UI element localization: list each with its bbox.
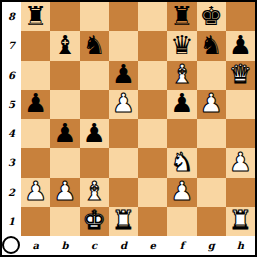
square-h8[interactable] <box>226 2 255 31</box>
white-knight[interactable]: ♞ <box>170 149 193 175</box>
square-c4[interactable]: ♟ <box>80 119 109 148</box>
square-e2[interactable] <box>138 178 167 207</box>
square-f2[interactable]: ♟ <box>167 178 196 207</box>
square-c2[interactable]: ♝ <box>80 178 109 207</box>
chess-diagram: ♜♜♚♝♞♛♞♟♟♝♛♟♟♟♟♟♟♞♟♟♟♝♟♚♜♜ 87654321 abcd… <box>0 0 257 257</box>
square-d3[interactable] <box>109 148 138 177</box>
white-bishop[interactable]: ♝ <box>82 178 105 204</box>
square-d2[interactable] <box>109 178 138 207</box>
square-b4[interactable]: ♟ <box>50 119 79 148</box>
side-to-move-indicator <box>2 236 20 254</box>
rank-labels: 87654321 <box>2 2 21 236</box>
white-rook[interactable]: ♜ <box>229 207 252 233</box>
square-c6[interactable] <box>80 61 109 90</box>
white-pawn[interactable]: ♟ <box>53 178 76 204</box>
square-g5[interactable]: ♟ <box>197 90 226 119</box>
white-pawn[interactable]: ♟ <box>170 178 193 204</box>
white-pawn[interactable]: ♟ <box>199 90 222 116</box>
square-d1[interactable]: ♜ <box>109 207 138 236</box>
white-queen[interactable]: ♛ <box>229 61 252 87</box>
square-f8[interactable]: ♜ <box>167 2 196 31</box>
square-d8[interactable] <box>109 2 138 31</box>
black-bishop[interactable]: ♝ <box>53 32 76 58</box>
square-h2[interactable] <box>226 178 255 207</box>
square-e8[interactable] <box>138 2 167 31</box>
square-g6[interactable] <box>197 61 226 90</box>
square-f6[interactable]: ♝ <box>167 61 196 90</box>
square-b2[interactable]: ♟ <box>50 178 79 207</box>
file-label-f: f <box>167 236 196 255</box>
black-knight[interactable]: ♞ <box>82 32 105 58</box>
square-e5[interactable] <box>138 90 167 119</box>
white-pawn[interactable]: ♟ <box>24 178 47 204</box>
square-f1[interactable] <box>167 207 196 236</box>
square-h4[interactable] <box>226 119 255 148</box>
white-pawn[interactable]: ♟ <box>229 149 252 175</box>
black-queen[interactable]: ♛ <box>170 32 193 58</box>
file-label-c: c <box>80 236 109 255</box>
square-d5[interactable]: ♟ <box>109 90 138 119</box>
square-a3[interactable] <box>21 148 50 177</box>
square-h1[interactable]: ♜ <box>226 207 255 236</box>
square-a4[interactable] <box>21 119 50 148</box>
square-d4[interactable] <box>109 119 138 148</box>
square-a5[interactable]: ♟ <box>21 90 50 119</box>
black-pawn[interactable]: ♟ <box>82 120 105 146</box>
black-pawn[interactable]: ♟ <box>53 120 76 146</box>
file-label-a: a <box>21 236 50 255</box>
square-e3[interactable] <box>138 148 167 177</box>
square-e6[interactable] <box>138 61 167 90</box>
rank-label-2: 2 <box>2 178 21 207</box>
white-bishop[interactable]: ♝ <box>170 61 193 87</box>
square-g8[interactable]: ♚ <box>197 2 226 31</box>
square-d7[interactable] <box>109 31 138 60</box>
square-b7[interactable]: ♝ <box>50 31 79 60</box>
file-label-b: b <box>50 236 79 255</box>
square-c7[interactable]: ♞ <box>80 31 109 60</box>
square-f7[interactable]: ♛ <box>167 31 196 60</box>
rank-label-1: 1 <box>2 207 21 236</box>
square-a7[interactable] <box>21 31 50 60</box>
square-g3[interactable] <box>197 148 226 177</box>
square-h6[interactable]: ♛ <box>226 61 255 90</box>
rank-label-6: 6 <box>2 61 21 90</box>
square-b6[interactable] <box>50 61 79 90</box>
black-pawn[interactable]: ♟ <box>24 90 47 116</box>
square-c5[interactable] <box>80 90 109 119</box>
white-pawn[interactable]: ♟ <box>112 90 135 116</box>
black-rook[interactable]: ♜ <box>24 3 47 29</box>
square-c3[interactable] <box>80 148 109 177</box>
square-a1[interactable] <box>21 207 50 236</box>
square-g4[interactable] <box>197 119 226 148</box>
square-d6[interactable]: ♟ <box>109 61 138 90</box>
chess-board: ♜♜♚♝♞♛♞♟♟♝♛♟♟♟♟♟♟♞♟♟♟♝♟♚♜♜ <box>21 2 255 236</box>
square-b1[interactable] <box>50 207 79 236</box>
square-e4[interactable] <box>138 119 167 148</box>
rank-label-4: 4 <box>2 119 21 148</box>
white-rook[interactable]: ♜ <box>112 207 135 233</box>
black-pawn[interactable]: ♟ <box>170 90 193 116</box>
rank-label-7: 7 <box>2 31 21 60</box>
file-label-h: h <box>226 236 255 255</box>
black-pawn[interactable]: ♟ <box>229 32 252 58</box>
file-label-g: g <box>197 236 226 255</box>
square-g1[interactable] <box>197 207 226 236</box>
square-a2[interactable]: ♟ <box>21 178 50 207</box>
square-f4[interactable] <box>167 119 196 148</box>
square-e1[interactable] <box>138 207 167 236</box>
black-knight[interactable]: ♞ <box>199 32 222 58</box>
square-c8[interactable] <box>80 2 109 31</box>
square-b3[interactable] <box>50 148 79 177</box>
square-f3[interactable]: ♞ <box>167 148 196 177</box>
file-label-e: e <box>138 236 167 255</box>
square-f5[interactable]: ♟ <box>167 90 196 119</box>
black-rook[interactable]: ♜ <box>170 3 193 29</box>
white-king[interactable]: ♚ <box>82 207 105 233</box>
square-a6[interactable] <box>21 61 50 90</box>
square-g2[interactable] <box>197 178 226 207</box>
square-h5[interactable] <box>226 90 255 119</box>
square-h7[interactable]: ♟ <box>226 31 255 60</box>
file-label-d: d <box>109 236 138 255</box>
square-a8[interactable]: ♜ <box>21 2 50 31</box>
square-g7[interactable]: ♞ <box>197 31 226 60</box>
black-pawn[interactable]: ♟ <box>112 61 135 87</box>
square-c1[interactable]: ♚ <box>80 207 109 236</box>
rank-label-8: 8 <box>2 2 21 31</box>
square-b5[interactable] <box>50 90 79 119</box>
square-e7[interactable] <box>138 31 167 60</box>
rank-label-5: 5 <box>2 90 21 119</box>
black-king[interactable]: ♚ <box>199 3 222 29</box>
square-h3[interactable]: ♟ <box>226 148 255 177</box>
file-labels: abcdefgh <box>21 236 255 255</box>
square-b8[interactable] <box>50 2 79 31</box>
rank-label-3: 3 <box>2 148 21 177</box>
